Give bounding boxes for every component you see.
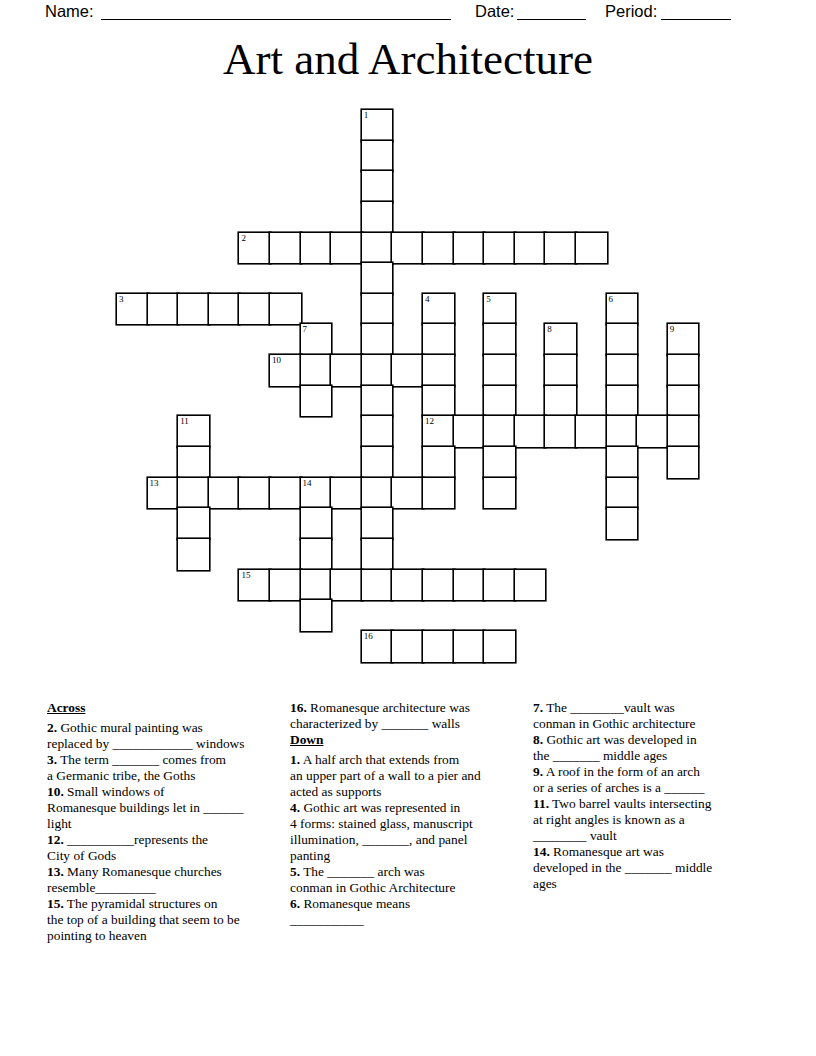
crossword-cell-r12c12[interactable] [484, 478, 515, 509]
clue-10: 10. Small windows of Romanesque building… [47, 784, 287, 832]
crossword-cell-r15c9[interactable] [392, 570, 423, 601]
crossword-cell-r6c3[interactable] [209, 294, 240, 325]
crossword-cell-r9c14[interactable] [545, 386, 576, 417]
crossword-cell-r8c18[interactable] [668, 355, 699, 386]
across-clues-header: Across [47, 700, 287, 716]
crossword-cell-r6c2[interactable] [178, 294, 209, 325]
clue-14-number: 14. [533, 844, 550, 859]
clue-7: 7. The ________vault was conman in Gothi… [533, 700, 785, 732]
crossword-cell-r8c7[interactable] [331, 355, 362, 386]
crossword-cell-r11c2[interactable] [178, 447, 209, 478]
clue-8: 8. Gothic art was developed in the _____… [533, 732, 785, 764]
crossword-cell-r10c18[interactable] [668, 416, 699, 447]
clue-6-number: 6. [290, 896, 300, 911]
crossword-grid: 12345678910111213141516 [117, 110, 698, 662]
crossword-cell-r9c18[interactable] [668, 386, 699, 417]
crossword-cell-r4c15[interactable] [576, 233, 607, 264]
clue-14: 14. Romanesque art was developed in the … [533, 844, 785, 892]
crossword-cell-r9c12[interactable] [484, 386, 515, 417]
crossword-cell-r12c2[interactable] [178, 478, 209, 509]
clue-6: 6. Romanesque means ___________ [290, 896, 536, 928]
clue-13: 13. Many Romanesque churches resemble___… [47, 864, 287, 896]
date-blank-line[interactable] [517, 4, 586, 20]
crossword-cell-r16c6[interactable] [301, 600, 332, 631]
clue-number-10: 10 [272, 355, 281, 365]
crossword-cell-r4c7[interactable] [331, 233, 362, 264]
crossword-cell-r6c16[interactable]: 6 [607, 294, 638, 325]
crossword-cell-r12c7[interactable] [331, 478, 362, 509]
crossword-cell-r12c1[interactable]: 13 [148, 478, 179, 509]
crossword-cell-r10c13[interactable] [515, 416, 546, 447]
crossword-cell-r4c10[interactable] [423, 233, 454, 264]
clue-13-number: 13. [47, 864, 64, 879]
crossword-cell-r13c2[interactable] [178, 508, 209, 539]
crossword-cell-r12c9[interactable] [392, 478, 423, 509]
clue-3: 3. The term _______ comes from a Germani… [47, 752, 287, 784]
crossword-cell-r6c12[interactable]: 5 [484, 294, 515, 325]
crossword-cell-r4c14[interactable] [545, 233, 576, 264]
clue-11-number: 11. [533, 796, 549, 811]
clue-number-7: 7 [303, 324, 308, 334]
crossword-cell-r10c10[interactable]: 12 [423, 416, 454, 447]
clue-4-number: 4. [290, 800, 300, 815]
crossword-cell-r4c12[interactable] [484, 233, 515, 264]
crossword-cell-r12c5[interactable] [270, 478, 301, 509]
crossword-cell-r10c14[interactable] [545, 416, 576, 447]
crossword-cell-r9c6[interactable] [301, 386, 332, 417]
name-label: Name: [45, 2, 94, 21]
crossword-cell-r3c8[interactable] [362, 202, 393, 233]
period-label: Period: [605, 2, 657, 21]
crossword-cell-r7c6[interactable]: 7 [301, 324, 332, 355]
crossword-cell-r11c8[interactable] [362, 447, 393, 478]
page-title: Art and Architecture [0, 33, 816, 85]
clue-15: 15. The pyramidal structures on the top … [47, 896, 287, 944]
clue-number-12: 12 [425, 416, 434, 426]
crossword-cell-r7c12[interactable] [484, 324, 515, 355]
clue-number-15: 15 [241, 570, 250, 580]
clue-1-number: 1. [290, 752, 300, 767]
crossword-cell-r15c13[interactable] [515, 570, 546, 601]
crossword-cell-r17c11[interactable] [454, 631, 485, 662]
name-blank-line[interactable] [101, 4, 451, 20]
crossword-cell-r7c16[interactable] [607, 324, 638, 355]
date-label: Date: [475, 2, 514, 21]
clue-column-2: 16. Romanesque architecture was characte… [290, 700, 536, 928]
clue-2-number: 2. [47, 720, 57, 735]
clue-number-5: 5 [486, 294, 491, 304]
crossword-cell-r17c10[interactable] [423, 631, 454, 662]
clue-number-3: 3 [119, 294, 124, 304]
clue-5: 5. The _______ arch was conman in Gothic… [290, 864, 536, 896]
crossword-cell-r8c5[interactable]: 10 [270, 355, 301, 386]
crossword-cell-r1c8[interactable] [362, 141, 393, 172]
crossword-cell-r6c10[interactable]: 4 [423, 294, 454, 325]
clue-number-14: 14 [303, 478, 312, 488]
clue-number-4: 4 [425, 294, 430, 304]
crossword-cell-r6c5[interactable] [270, 294, 301, 325]
crossword-cell-r11c12[interactable] [484, 447, 515, 478]
crossword-cell-r8c16[interactable] [607, 355, 638, 386]
crossword-cell-r12c16[interactable] [607, 478, 638, 509]
crossword-cell-r17c9[interactable] [392, 631, 423, 662]
crossword-cell-r17c8[interactable]: 16 [362, 631, 393, 662]
crossword-cell-r4c6[interactable] [301, 233, 332, 264]
worksheet-page: { "game": "crossword", "title": "Art and… [0, 0, 816, 1056]
crossword-cell-r14c6[interactable] [301, 539, 332, 570]
clue-10-number: 10. [47, 784, 64, 799]
crossword-cell-r6c4[interactable] [239, 294, 270, 325]
crossword-cell-r0c8[interactable]: 1 [362, 110, 393, 141]
period-blank-line[interactable] [661, 4, 731, 20]
down-clues-header: Down [290, 732, 536, 748]
crossword-cell-r10c17[interactable] [637, 416, 668, 447]
clue-5-number: 5. [290, 864, 300, 879]
crossword-cell-r10c15[interactable] [576, 416, 607, 447]
crossword-cell-r10c16[interactable] [607, 416, 638, 447]
clue-16: 16. Romanesque architecture was characte… [290, 700, 536, 732]
clue-column-3: 7. The ________vault was conman in Gothi… [533, 700, 785, 892]
crossword-cell-r12c3[interactable] [209, 478, 240, 509]
clue-column-1: Across2. Gothic mural painting was repla… [47, 700, 287, 944]
crossword-cell-r8c14[interactable] [545, 355, 576, 386]
crossword-cell-r4c4[interactable]: 2 [239, 233, 270, 264]
crossword-cell-r4c9[interactable] [392, 233, 423, 264]
crossword-cell-r4c13[interactable] [515, 233, 546, 264]
crossword-cell-r15c4[interactable]: 15 [239, 570, 270, 601]
crossword-cell-r15c6[interactable] [301, 570, 332, 601]
crossword-cell-r15c11[interactable] [454, 570, 485, 601]
crossword-cell-r8c8[interactable] [362, 355, 393, 386]
crossword-cell-r4c5[interactable] [270, 233, 301, 264]
crossword-cell-r13c8[interactable] [362, 508, 393, 539]
crossword-cell-r6c1[interactable] [148, 294, 179, 325]
crossword-cell-r8c6[interactable] [301, 355, 332, 386]
clue-12-number: 12. [47, 832, 64, 847]
crossword-cell-r10c12[interactable] [484, 416, 515, 447]
crossword-cell-r17c12[interactable] [484, 631, 515, 662]
crossword-cell-r9c8[interactable] [362, 386, 393, 417]
clue-8-number: 8. [533, 732, 543, 747]
crossword-cell-r10c8[interactable] [362, 416, 393, 447]
clue-number-2: 2 [241, 233, 246, 243]
crossword-cell-r15c10[interactable] [423, 570, 454, 601]
crossword-cell-r15c7[interactable] [331, 570, 362, 601]
clue-number-9: 9 [670, 324, 675, 334]
crossword-cell-r11c10[interactable] [423, 447, 454, 478]
clue-1: 1. A half arch that extends from an uppe… [290, 752, 536, 800]
clue-12: 12. __________represents the City of God… [47, 832, 287, 864]
crossword-cell-r12c4[interactable] [239, 478, 270, 509]
clue-number-8: 8 [547, 324, 552, 334]
crossword-cell-r4c11[interactable] [454, 233, 485, 264]
crossword-cell-r12c6[interactable]: 14 [301, 478, 332, 509]
clue-number-11: 11 [180, 416, 189, 426]
crossword-cell-r8c9[interactable] [392, 355, 423, 386]
clue-16-number: 16. [290, 700, 307, 715]
crossword-cell-r13c16[interactable] [607, 508, 638, 539]
crossword-cell-r14c8[interactable] [362, 539, 393, 570]
crossword-cell-r7c8[interactable] [362, 324, 393, 355]
clue-number-1: 1 [364, 110, 369, 120]
crossword-cell-r6c8[interactable] [362, 294, 393, 325]
crossword-cell-r4c8[interactable] [362, 233, 393, 264]
clue-15-number: 15. [47, 896, 64, 911]
crossword-cell-r15c8[interactable] [362, 570, 393, 601]
clue-number-13: 13 [150, 478, 159, 488]
crossword-cell-r15c5[interactable] [270, 570, 301, 601]
crossword-cell-r11c18[interactable] [668, 447, 699, 478]
clue-number-6: 6 [609, 294, 614, 304]
crossword-cell-r8c12[interactable] [484, 355, 515, 386]
crossword-cell-r8c10[interactable] [423, 355, 454, 386]
clue-11: 11. Two barrel vaults intersecting at ri… [533, 796, 785, 844]
crossword-cell-r12c8[interactable] [362, 478, 393, 509]
crossword-cell-r2c8[interactable] [362, 171, 393, 202]
crossword-cell-r7c14[interactable]: 8 [545, 324, 576, 355]
crossword-cell-r7c18[interactable]: 9 [668, 324, 699, 355]
clue-2: 2. Gothic mural painting was replaced by… [47, 720, 287, 752]
crossword-cell-r7c10[interactable] [423, 324, 454, 355]
crossword-cell-r14c2[interactable] [178, 539, 209, 570]
clue-4: 4. Gothic art was represented in 4 forms… [290, 800, 536, 864]
crossword-cell-r13c6[interactable] [301, 508, 332, 539]
clue-9: 9. A roof in the form of an arch or a se… [533, 764, 785, 796]
crossword-cell-r12c10[interactable] [423, 478, 454, 509]
crossword-cell-r6c0[interactable]: 3 [117, 294, 148, 325]
clue-9-number: 9. [533, 764, 543, 779]
crossword-cell-r9c10[interactable] [423, 386, 454, 417]
crossword-cell-r15c12[interactable] [484, 570, 515, 601]
crossword-cell-r9c16[interactable] [607, 386, 638, 417]
crossword-cell-r5c8[interactable] [362, 263, 393, 294]
clue-number-16: 16 [364, 631, 373, 641]
clue-7-number: 7. [533, 700, 543, 715]
crossword-cell-r11c16[interactable] [607, 447, 638, 478]
clue-3-number: 3. [47, 752, 57, 767]
crossword-cell-r10c2[interactable]: 11 [178, 416, 209, 447]
crossword-cell-r10c11[interactable] [454, 416, 485, 447]
